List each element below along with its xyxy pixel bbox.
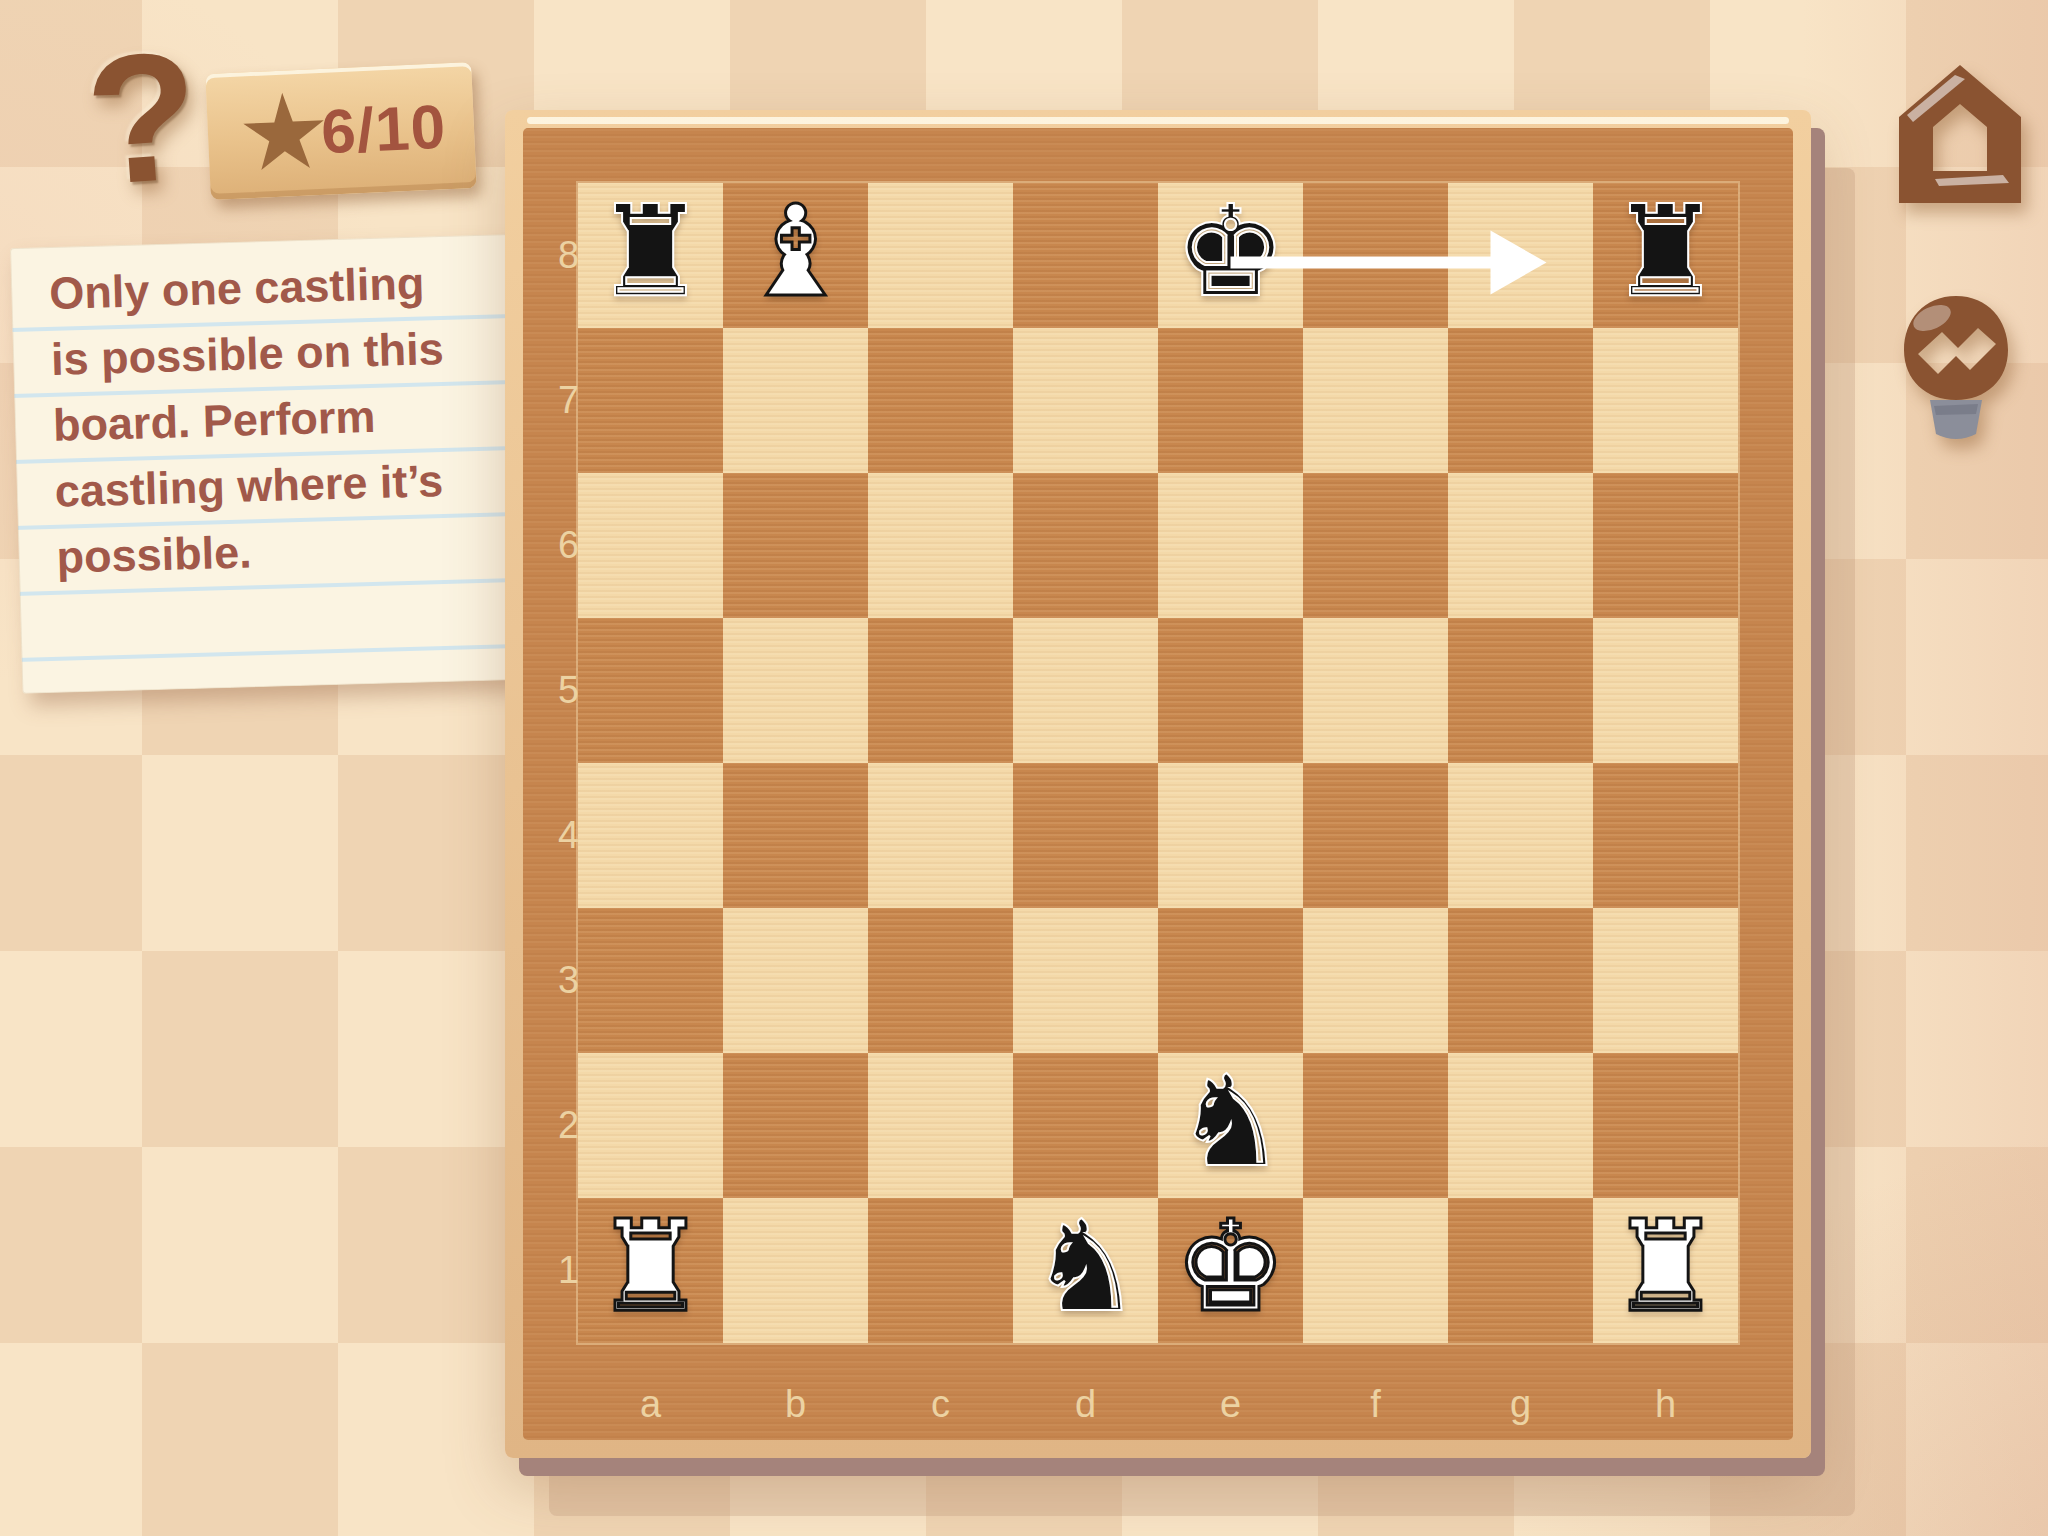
square-g4[interactable] [1448, 763, 1593, 908]
score-badge: 6/10 [205, 62, 476, 200]
black-rook-a8[interactable]: ♜ [578, 183, 723, 328]
file-label-b: b [723, 1361, 868, 1453]
square-c4[interactable] [868, 763, 1013, 908]
question-mark-icon: ? [81, 14, 206, 221]
square-b1[interactable] [723, 1198, 868, 1343]
square-a4[interactable] [578, 763, 723, 908]
square-b3[interactable] [723, 908, 868, 1053]
rank-label-1: 1 [541, 1198, 596, 1343]
rank-label-5: 5 [541, 618, 596, 763]
white-rook-a1[interactable]: ♜ [578, 1198, 723, 1343]
rank-label-3: 3 [541, 908, 596, 1053]
board-frame: ♜♝♚♜♞♜♞♚♜ 87654321 abcdefgh [523, 128, 1793, 1440]
board-squares: ♜♝♚♜♞♜♞♚♜ [578, 183, 1738, 1343]
square-g3[interactable] [1448, 908, 1593, 1053]
score-text: 6/10 [320, 91, 448, 168]
square-g6[interactable] [1448, 473, 1593, 618]
rank-label-8: 8 [541, 183, 596, 328]
square-a1[interactable]: ♜ [578, 1198, 723, 1343]
square-e5[interactable] [1158, 618, 1303, 763]
square-h3[interactable] [1593, 908, 1738, 1053]
square-b6[interactable] [723, 473, 868, 618]
square-f6[interactable] [1303, 473, 1448, 618]
help-button[interactable]: ? [58, 18, 228, 218]
star-icon [240, 91, 328, 179]
square-f2[interactable] [1303, 1053, 1448, 1198]
square-h5[interactable] [1593, 618, 1738, 763]
square-b8[interactable]: ♝ [723, 183, 868, 328]
square-a6[interactable] [578, 473, 723, 618]
square-a8[interactable]: ♜ [578, 183, 723, 328]
file-label-h: h [1593, 1361, 1738, 1453]
hint-button[interactable] [1896, 288, 2016, 458]
rank-label-7: 7 [541, 328, 596, 473]
white-rook-h1[interactable]: ♜ [1593, 1198, 1738, 1343]
file-label-g: g [1448, 1361, 1593, 1453]
square-f3[interactable] [1303, 908, 1448, 1053]
white-bishop-b8[interactable]: ♝ [723, 183, 868, 328]
square-a5[interactable] [578, 618, 723, 763]
black-knight-e2[interactable]: ♞ [1158, 1053, 1303, 1198]
square-d5[interactable] [1013, 618, 1158, 763]
square-e4[interactable] [1158, 763, 1303, 908]
black-knight-d1[interactable]: ♞ [1013, 1198, 1158, 1343]
square-a7[interactable] [578, 328, 723, 473]
file-label-a: a [578, 1361, 723, 1453]
square-g8[interactable] [1448, 183, 1593, 328]
square-b4[interactable] [723, 763, 868, 908]
square-g5[interactable] [1448, 618, 1593, 763]
square-a2[interactable] [578, 1053, 723, 1198]
square-e3[interactable] [1158, 908, 1303, 1053]
square-d2[interactable] [1013, 1053, 1158, 1198]
square-e7[interactable] [1158, 328, 1303, 473]
square-h6[interactable] [1593, 473, 1738, 618]
file-label-c: c [868, 1361, 1013, 1453]
square-d8[interactable] [1013, 183, 1158, 328]
square-f5[interactable] [1303, 618, 1448, 763]
square-e1[interactable]: ♚ [1158, 1198, 1303, 1343]
square-d3[interactable] [1013, 908, 1158, 1053]
square-h2[interactable] [1593, 1053, 1738, 1198]
square-f7[interactable] [1303, 328, 1448, 473]
square-g2[interactable] [1448, 1053, 1593, 1198]
home-button[interactable] [1885, 55, 2035, 215]
square-c3[interactable] [868, 908, 1013, 1053]
file-label-f: f [1303, 1361, 1448, 1453]
black-rook-h8[interactable]: ♜ [1593, 183, 1738, 328]
square-f1[interactable] [1303, 1198, 1448, 1343]
square-e6[interactable] [1158, 473, 1303, 618]
square-c2[interactable] [868, 1053, 1013, 1198]
square-e2[interactable]: ♞ [1158, 1053, 1303, 1198]
square-c5[interactable] [868, 618, 1013, 763]
square-c7[interactable] [868, 328, 1013, 473]
square-b2[interactable] [723, 1053, 868, 1198]
square-f8[interactable] [1303, 183, 1448, 328]
square-h1[interactable]: ♜ [1593, 1198, 1738, 1343]
square-d6[interactable] [1013, 473, 1158, 618]
square-c1[interactable] [868, 1198, 1013, 1343]
instruction-line: possible. [56, 512, 528, 591]
square-d4[interactable] [1013, 763, 1158, 908]
instruction-text: Only one castling is possible on this bo… [10, 234, 527, 592]
instruction-note: Only one castling is possible on this bo… [10, 234, 530, 694]
file-label-d: d [1013, 1361, 1158, 1453]
square-g7[interactable] [1448, 328, 1593, 473]
black-king-e8[interactable]: ♚ [1158, 183, 1303, 328]
rank-label-4: 4 [541, 763, 596, 908]
square-h8[interactable]: ♜ [1593, 183, 1738, 328]
lightbulb-icon [1904, 296, 2008, 400]
rank-label-6: 6 [541, 473, 596, 618]
board-bevel-highlight [527, 117, 1789, 124]
square-c6[interactable] [868, 473, 1013, 618]
chess-board: ♜♝♚♜♞♜♞♚♜ 87654321 abcdefgh [505, 110, 1811, 1458]
square-h4[interactable] [1593, 763, 1738, 908]
square-b5[interactable] [723, 618, 868, 763]
white-king-e1[interactable]: ♚ [1158, 1198, 1303, 1343]
square-f4[interactable] [1303, 763, 1448, 908]
file-label-e: e [1158, 1361, 1303, 1453]
square-e8[interactable]: ♚ [1158, 183, 1303, 328]
square-b7[interactable] [723, 328, 868, 473]
square-a3[interactable] [578, 908, 723, 1053]
square-h7[interactable] [1593, 328, 1738, 473]
square-c8[interactable] [868, 183, 1013, 328]
square-d7[interactable] [1013, 328, 1158, 473]
square-d1[interactable]: ♞ [1013, 1198, 1158, 1343]
square-g1[interactable] [1448, 1198, 1593, 1343]
rank-label-2: 2 [541, 1053, 596, 1198]
